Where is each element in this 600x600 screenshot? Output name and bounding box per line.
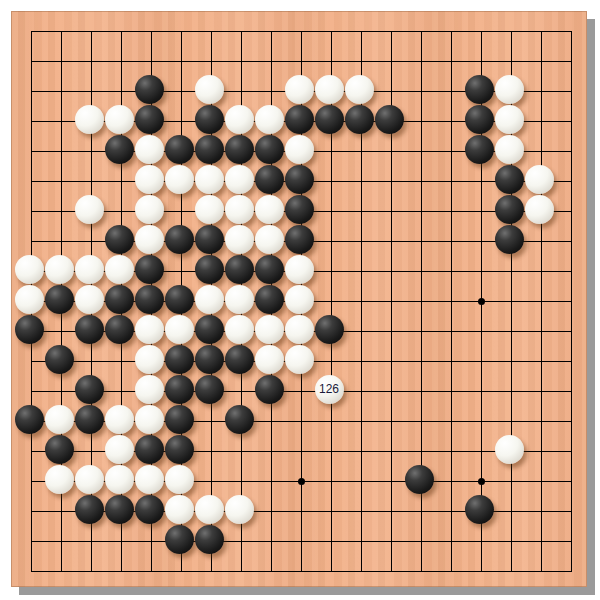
white-stone — [225, 195, 254, 224]
black-stone — [165, 405, 194, 434]
white-stone — [195, 495, 224, 524]
black-stone — [285, 225, 314, 254]
white-stone — [75, 255, 104, 284]
white-stone — [225, 165, 254, 194]
black-stone — [255, 255, 284, 284]
white-stone — [165, 495, 194, 524]
black-stone — [195, 255, 224, 284]
black-stone — [165, 345, 194, 374]
white-stone — [195, 195, 224, 224]
black-stone — [465, 105, 494, 134]
black-stone — [375, 105, 404, 134]
white-stone — [75, 105, 104, 134]
white-stone — [165, 315, 194, 344]
black-stone — [225, 135, 254, 164]
black-stone — [225, 345, 254, 374]
white-stone — [525, 195, 554, 224]
black-stone — [165, 375, 194, 404]
black-stone — [315, 105, 344, 134]
white-stone — [105, 405, 134, 434]
white-stone — [225, 315, 254, 344]
white-stone — [165, 165, 194, 194]
white-stone — [345, 75, 374, 104]
white-stone — [135, 165, 164, 194]
black-stone — [465, 495, 494, 524]
star-point — [478, 478, 485, 485]
black-stone — [345, 105, 374, 134]
white-stone — [135, 345, 164, 374]
black-stone — [105, 135, 134, 164]
white-stone — [135, 225, 164, 254]
white-stone — [225, 285, 254, 314]
white-stone — [195, 165, 224, 194]
white-stone — [285, 345, 314, 374]
black-stone — [105, 495, 134, 524]
star-point — [298, 478, 305, 485]
white-stone — [105, 435, 134, 464]
black-stone — [195, 375, 224, 404]
white-stone-with-move-number: 126 — [315, 375, 344, 404]
white-stone — [285, 285, 314, 314]
black-stone — [225, 255, 254, 284]
black-stone — [75, 315, 104, 344]
white-stone — [195, 75, 224, 104]
white-stone — [495, 105, 524, 134]
black-stone — [165, 435, 194, 464]
white-stone — [45, 405, 74, 434]
black-stone — [135, 285, 164, 314]
black-stone — [195, 525, 224, 554]
white-stone — [495, 75, 524, 104]
black-stone — [105, 315, 134, 344]
black-stone — [105, 225, 134, 254]
white-stone — [75, 465, 104, 494]
white-stone — [255, 105, 284, 134]
black-stone — [255, 165, 284, 194]
black-stone — [285, 165, 314, 194]
white-stone — [255, 345, 284, 374]
black-stone — [315, 315, 344, 344]
black-stone — [255, 285, 284, 314]
black-stone — [495, 195, 524, 224]
black-stone — [15, 315, 44, 344]
grid-line-vertical — [451, 31, 452, 572]
black-stone — [195, 225, 224, 254]
white-stone — [75, 285, 104, 314]
black-stone — [495, 225, 524, 254]
star-point — [478, 298, 485, 305]
black-stone — [195, 315, 224, 344]
white-stone — [135, 195, 164, 224]
black-stone — [495, 165, 524, 194]
black-stone — [405, 465, 434, 494]
black-stone — [45, 435, 74, 464]
white-stone — [225, 105, 254, 134]
black-stone — [165, 285, 194, 314]
white-stone — [285, 315, 314, 344]
white-stone — [285, 135, 314, 164]
black-stone — [135, 105, 164, 134]
white-stone — [105, 105, 134, 134]
black-stone — [165, 135, 194, 164]
white-stone — [285, 255, 314, 284]
black-stone — [255, 375, 284, 404]
black-stone — [225, 405, 254, 434]
black-stone — [105, 285, 134, 314]
white-stone — [165, 465, 194, 494]
white-stone — [195, 285, 224, 314]
white-stone — [45, 465, 74, 494]
white-stone — [135, 465, 164, 494]
white-stone — [135, 135, 164, 164]
white-stone — [105, 465, 134, 494]
black-stone — [195, 345, 224, 374]
white-stone — [315, 75, 344, 104]
white-stone — [15, 255, 44, 284]
white-stone — [45, 255, 74, 284]
black-stone — [285, 105, 314, 134]
white-stone — [225, 225, 254, 254]
white-stone — [495, 435, 524, 464]
black-stone — [465, 75, 494, 104]
grid-line-vertical — [571, 31, 572, 572]
black-stone — [195, 135, 224, 164]
grid-line-vertical — [541, 31, 542, 572]
grid-line-horizontal — [31, 571, 572, 572]
grid-line-horizontal — [31, 391, 572, 392]
move-number-label: 126 — [315, 375, 344, 404]
white-stone — [255, 315, 284, 344]
black-stone — [465, 135, 494, 164]
black-stone — [75, 495, 104, 524]
black-stone — [75, 405, 104, 434]
white-stone — [285, 75, 314, 104]
black-stone — [195, 105, 224, 134]
black-stone — [165, 225, 194, 254]
white-stone — [75, 195, 104, 224]
black-stone — [135, 75, 164, 104]
black-stone — [45, 345, 74, 374]
grid-line-horizontal — [31, 541, 572, 542]
black-stone — [285, 195, 314, 224]
black-stone — [135, 495, 164, 524]
black-stone — [75, 375, 104, 404]
white-stone — [525, 165, 554, 194]
white-stone — [105, 255, 134, 284]
white-stone — [135, 375, 164, 404]
black-stone — [15, 405, 44, 434]
black-stone — [135, 435, 164, 464]
black-stone — [165, 525, 194, 554]
white-stone — [255, 225, 284, 254]
black-stone — [45, 285, 74, 314]
white-stone — [225, 495, 254, 524]
black-stone — [255, 135, 284, 164]
black-stone — [135, 255, 164, 284]
white-stone — [495, 135, 524, 164]
goban[interactable]: 126 — [11, 11, 587, 587]
white-stone — [255, 195, 284, 224]
white-stone — [135, 315, 164, 344]
white-stone — [15, 285, 44, 314]
white-stone — [135, 405, 164, 434]
page-background: { "game": "go", "board_size": 19, "move_… — [0, 0, 600, 600]
